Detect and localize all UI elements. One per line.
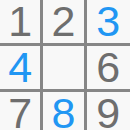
sudoku-cell-r2c2[interactable]: 9 [87, 92, 130, 130]
sudoku-cell-r0c1[interactable]: 2 [43, 0, 86, 46]
sudoku-cell-r0c0[interactable]: 1 [0, 0, 43, 46]
sudoku-board: 12346789 [0, 0, 130, 130]
sudoku-cell-r2c0[interactable]: 7 [0, 92, 43, 130]
sudoku-cell-r1c1[interactable] [43, 46, 86, 92]
sudoku-cell-r1c2[interactable]: 6 [87, 46, 130, 92]
sudoku-cell-r2c1[interactable]: 8 [43, 92, 86, 130]
sudoku-cell-r0c2[interactable]: 3 [87, 0, 130, 46]
sudoku-cell-r1c0[interactable]: 4 [0, 46, 43, 92]
